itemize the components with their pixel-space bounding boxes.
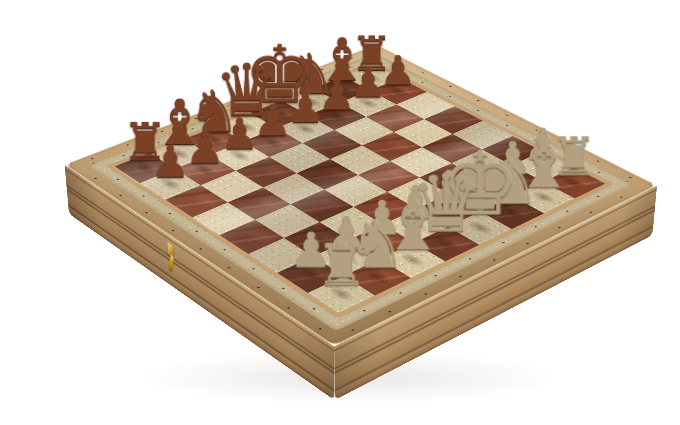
piece-glyph: ♟	[150, 140, 190, 184]
latch-hook	[169, 254, 174, 272]
brass-latch	[166, 241, 178, 278]
product-photo-canvas: ♜♝♞♛♚♞♝♜♟♟♟♟♟♟♟♟♟♟♟♟♟♟♟♟♜♞♝♛♚♞♝♜	[0, 0, 680, 425]
chess-box: ♜♝♞♛♚♞♝♜♟♟♟♟♟♟♟♟♟♟♟♟♟♟♟♟♜♞♝♛♚♞♝♜	[65, 44, 658, 346]
piece-glyph: ♜	[316, 236, 368, 294]
